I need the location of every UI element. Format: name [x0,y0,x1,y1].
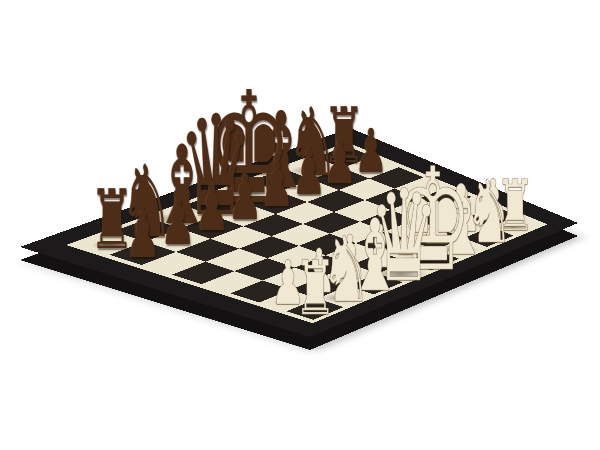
chess-board [20,128,578,337]
chess-set-photo: ♜♞♝♛♚♝♞♜♟♟♟♟♟♟♟♟♟♟♟♟♟♟♟♟♜♞♝♛♚♝♞♜ [0,0,600,450]
